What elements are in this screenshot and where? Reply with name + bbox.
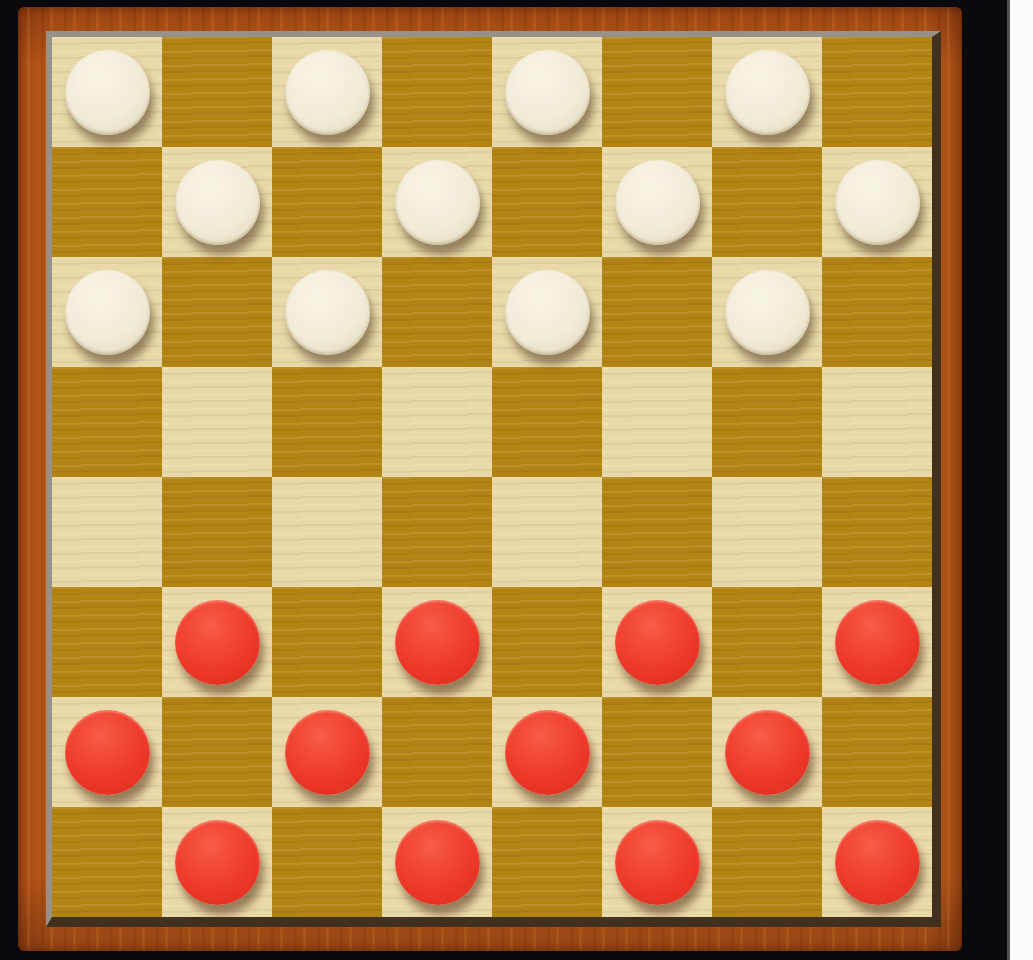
square-r4c1 (52, 367, 162, 477)
red-piece[interactable] (175, 600, 260, 685)
square-r2c3 (272, 147, 382, 257)
square-r7c7[interactable] (712, 697, 822, 807)
square-r4c5 (492, 367, 602, 477)
square-r5c5[interactable] (492, 477, 602, 587)
white-piece[interactable] (65, 50, 150, 135)
square-r3c6 (602, 257, 712, 367)
square-r6c4[interactable] (382, 587, 492, 697)
square-r2c7 (712, 147, 822, 257)
square-r5c7[interactable] (712, 477, 822, 587)
square-r2c4[interactable] (382, 147, 492, 257)
square-r4c7 (712, 367, 822, 477)
white-piece[interactable] (285, 270, 370, 355)
square-r2c8[interactable] (822, 147, 932, 257)
white-piece[interactable] (285, 50, 370, 135)
square-r7c8 (822, 697, 932, 807)
square-r6c1 (52, 587, 162, 697)
square-r5c3[interactable] (272, 477, 382, 587)
square-r1c4 (382, 37, 492, 147)
board-frame (18, 7, 962, 951)
square-r3c8 (822, 257, 932, 367)
square-r4c6[interactable] (602, 367, 712, 477)
square-r3c5[interactable] (492, 257, 602, 367)
square-r5c4 (382, 477, 492, 587)
red-piece[interactable] (175, 820, 260, 905)
square-r2c1 (52, 147, 162, 257)
square-r1c1[interactable] (52, 37, 162, 147)
square-r4c8[interactable] (822, 367, 932, 477)
square-r7c6 (602, 697, 712, 807)
white-piece[interactable] (725, 50, 810, 135)
square-r5c6 (602, 477, 712, 587)
red-piece[interactable] (395, 600, 480, 685)
square-r1c3[interactable] (272, 37, 382, 147)
square-r7c1[interactable] (52, 697, 162, 807)
square-r1c7[interactable] (712, 37, 822, 147)
square-r2c5 (492, 147, 602, 257)
square-r4c4[interactable] (382, 367, 492, 477)
square-r7c3[interactable] (272, 697, 382, 807)
red-piece[interactable] (395, 820, 480, 905)
red-piece[interactable] (615, 820, 700, 905)
red-piece[interactable] (65, 710, 150, 795)
red-piece[interactable] (505, 710, 590, 795)
board-bevel (46, 31, 941, 927)
red-piece[interactable] (285, 710, 370, 795)
white-piece[interactable] (725, 270, 810, 355)
square-r3c2 (162, 257, 272, 367)
game-stage (0, 0, 1010, 960)
square-r5c8 (822, 477, 932, 587)
white-piece[interactable] (615, 160, 700, 245)
page: { "game": { "name": "checkers", "variant… (0, 0, 1033, 960)
square-r8c2[interactable] (162, 807, 272, 917)
square-r5c2 (162, 477, 272, 587)
white-piece[interactable] (65, 270, 150, 355)
red-piece[interactable] (615, 600, 700, 685)
square-r1c6 (602, 37, 712, 147)
white-piece[interactable] (395, 160, 480, 245)
square-r8c5 (492, 807, 602, 917)
square-r5c1[interactable] (52, 477, 162, 587)
square-r8c8[interactable] (822, 807, 932, 917)
square-r1c8 (822, 37, 932, 147)
square-r8c7 (712, 807, 822, 917)
square-r3c3[interactable] (272, 257, 382, 367)
square-r6c6[interactable] (602, 587, 712, 697)
square-r7c4 (382, 697, 492, 807)
square-r8c1 (52, 807, 162, 917)
square-r2c6[interactable] (602, 147, 712, 257)
square-r6c8[interactable] (822, 587, 932, 697)
square-r7c5[interactable] (492, 697, 602, 807)
square-r6c3 (272, 587, 382, 697)
square-r8c4[interactable] (382, 807, 492, 917)
square-r8c3 (272, 807, 382, 917)
white-piece[interactable] (505, 50, 590, 135)
square-r2c2[interactable] (162, 147, 272, 257)
square-r6c2[interactable] (162, 587, 272, 697)
square-r1c5[interactable] (492, 37, 602, 147)
square-r7c2 (162, 697, 272, 807)
square-r8c6[interactable] (602, 807, 712, 917)
red-piece[interactable] (835, 600, 920, 685)
white-piece[interactable] (175, 160, 260, 245)
white-piece[interactable] (835, 160, 920, 245)
white-piece[interactable] (505, 270, 590, 355)
square-r3c1[interactable] (52, 257, 162, 367)
checkers-board (52, 37, 932, 917)
red-piece[interactable] (725, 710, 810, 795)
square-r1c2 (162, 37, 272, 147)
square-r6c5 (492, 587, 602, 697)
square-r4c2[interactable] (162, 367, 272, 477)
square-r4c3 (272, 367, 382, 477)
square-r3c4 (382, 257, 492, 367)
square-r3c7[interactable] (712, 257, 822, 367)
square-r6c7 (712, 587, 822, 697)
red-piece[interactable] (835, 820, 920, 905)
